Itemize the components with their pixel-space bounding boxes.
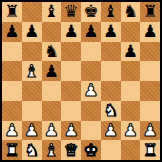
chess-board: ♜♝♛♚♝♞♜♟♟♟♟♟♟♞♟♝♟♟♞♟♟♟♟♟♟♟♜♞♝♛♚♜: [2, 2, 160, 160]
square-b6[interactable]: [22, 42, 42, 62]
square-g4[interactable]: [121, 81, 141, 101]
white-pawn: ♟: [4, 121, 19, 138]
white-knight: ♞: [103, 102, 118, 119]
white-bishop: ♝: [24, 62, 39, 79]
square-d7[interactable]: ♟: [61, 22, 81, 42]
square-g8[interactable]: ♞: [121, 2, 141, 22]
white-rook: ♜: [143, 141, 158, 158]
white-pawn: ♟: [83, 82, 98, 99]
white-bishop: ♝: [44, 141, 59, 158]
square-f5[interactable]: [101, 61, 121, 81]
square-f4[interactable]: [101, 81, 121, 101]
square-h1[interactable]: ♜: [140, 140, 160, 160]
square-g1[interactable]: [121, 140, 141, 160]
square-h3[interactable]: [140, 101, 160, 121]
square-a4[interactable]: [2, 81, 22, 101]
black-pawn: ♟: [103, 23, 118, 40]
square-e3[interactable]: [81, 101, 101, 121]
square-a8[interactable]: ♜: [2, 2, 22, 22]
black-knight: ♞: [123, 3, 138, 20]
black-pawn: ♟: [123, 42, 138, 59]
square-b2[interactable]: ♟: [22, 121, 42, 141]
square-c8[interactable]: ♝: [42, 2, 62, 22]
square-e4[interactable]: ♟: [81, 81, 101, 101]
black-pawn: ♟: [44, 62, 59, 79]
black-rook: ♜: [143, 3, 158, 20]
square-h7[interactable]: ♟: [140, 22, 160, 42]
white-pawn: ♟: [123, 121, 138, 138]
white-pawn: ♟: [24, 121, 39, 138]
square-f6[interactable]: [101, 42, 121, 62]
square-d5[interactable]: [61, 61, 81, 81]
white-pawn: ♟: [143, 121, 158, 138]
white-pawn: ♟: [44, 121, 59, 138]
square-h2[interactable]: ♟: [140, 121, 160, 141]
square-g5[interactable]: [121, 61, 141, 81]
chess-board-frame: ♜♝♛♚♝♞♜♟♟♟♟♟♟♞♟♝♟♟♞♟♟♟♟♟♟♟♜♞♝♛♚♜: [0, 0, 162, 162]
white-king: ♚: [83, 141, 98, 158]
square-a6[interactable]: [2, 42, 22, 62]
square-g3[interactable]: [121, 101, 141, 121]
square-b7[interactable]: ♟: [22, 22, 42, 42]
square-c6[interactable]: ♞: [42, 42, 62, 62]
square-b5[interactable]: ♝: [22, 61, 42, 81]
black-pawn: ♟: [24, 23, 39, 40]
square-h4[interactable]: [140, 81, 160, 101]
black-bishop: ♝: [103, 3, 118, 20]
square-h6[interactable]: [140, 42, 160, 62]
square-g6[interactable]: ♟: [121, 42, 141, 62]
square-c5[interactable]: ♟: [42, 61, 62, 81]
square-d2[interactable]: ♟: [61, 121, 81, 141]
square-a1[interactable]: ♜: [2, 140, 22, 160]
black-knight: ♞: [44, 42, 59, 59]
black-pawn: ♟: [64, 23, 79, 40]
square-d1[interactable]: ♛: [61, 140, 81, 160]
square-e5[interactable]: [81, 61, 101, 81]
square-c4[interactable]: [42, 81, 62, 101]
black-queen: ♛: [64, 3, 79, 20]
white-pawn: ♟: [103, 121, 118, 138]
square-c1[interactable]: ♝: [42, 140, 62, 160]
square-c2[interactable]: ♟: [42, 121, 62, 141]
white-rook: ♜: [4, 141, 19, 158]
square-d6[interactable]: [61, 42, 81, 62]
square-b3[interactable]: [22, 101, 42, 121]
square-d8[interactable]: ♛: [61, 2, 81, 22]
square-h8[interactable]: ♜: [140, 2, 160, 22]
square-e7[interactable]: ♟: [81, 22, 101, 42]
square-e6[interactable]: [81, 42, 101, 62]
square-f7[interactable]: ♟: [101, 22, 121, 42]
square-e2[interactable]: [81, 121, 101, 141]
black-pawn: ♟: [4, 23, 19, 40]
square-c7[interactable]: [42, 22, 62, 42]
black-bishop: ♝: [44, 3, 59, 20]
square-a7[interactable]: ♟: [2, 22, 22, 42]
square-h5[interactable]: [140, 61, 160, 81]
black-pawn: ♟: [143, 23, 158, 40]
white-pawn: ♟: [64, 121, 79, 138]
square-b8[interactable]: [22, 2, 42, 22]
square-f2[interactable]: ♟: [101, 121, 121, 141]
square-d4[interactable]: [61, 81, 81, 101]
square-c3[interactable]: [42, 101, 62, 121]
square-a2[interactable]: ♟: [2, 121, 22, 141]
square-g7[interactable]: [121, 22, 141, 42]
square-b1[interactable]: ♞: [22, 140, 42, 160]
square-e8[interactable]: ♚: [81, 2, 101, 22]
black-king: ♚: [83, 3, 98, 20]
square-g2[interactable]: ♟: [121, 121, 141, 141]
square-b4[interactable]: [22, 81, 42, 101]
black-rook: ♜: [4, 3, 19, 20]
white-knight: ♞: [24, 141, 39, 158]
square-e1[interactable]: ♚: [81, 140, 101, 160]
square-f1[interactable]: [101, 140, 121, 160]
white-queen: ♛: [64, 141, 79, 158]
square-d3[interactable]: [61, 101, 81, 121]
square-a3[interactable]: [2, 101, 22, 121]
black-pawn: ♟: [83, 23, 98, 40]
square-f3[interactable]: ♞: [101, 101, 121, 121]
square-a5[interactable]: [2, 61, 22, 81]
square-f8[interactable]: ♝: [101, 2, 121, 22]
